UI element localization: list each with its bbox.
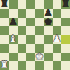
square-c5[interactable] bbox=[18, 26, 27, 35]
square-h5[interactable] bbox=[61, 26, 70, 35]
square-f6[interactable]: ♚ bbox=[44, 18, 53, 27]
square-h6[interactable] bbox=[61, 18, 70, 27]
square-g3[interactable] bbox=[53, 44, 62, 53]
square-d3[interactable] bbox=[26, 44, 35, 53]
square-d1[interactable] bbox=[26, 61, 35, 70]
square-b8[interactable] bbox=[9, 0, 18, 9]
square-a5[interactable] bbox=[0, 26, 9, 35]
square-c3[interactable] bbox=[18, 44, 27, 53]
square-f2[interactable] bbox=[44, 53, 53, 62]
square-f3[interactable] bbox=[44, 44, 53, 53]
square-a7[interactable] bbox=[0, 9, 9, 18]
square-g1[interactable] bbox=[53, 61, 62, 70]
piece-black-king[interactable]: ♚ bbox=[44, 17, 53, 26]
square-g7[interactable] bbox=[53, 9, 62, 18]
square-d8[interactable] bbox=[26, 0, 35, 9]
square-e8[interactable] bbox=[35, 0, 44, 9]
square-b2[interactable] bbox=[9, 53, 18, 62]
square-c8[interactable] bbox=[18, 0, 27, 9]
square-c4[interactable] bbox=[18, 35, 27, 44]
square-g6[interactable] bbox=[53, 18, 62, 27]
square-b4[interactable]: ♝ bbox=[9, 35, 18, 44]
square-d5[interactable] bbox=[26, 26, 35, 35]
square-d4[interactable] bbox=[26, 35, 35, 44]
square-e5[interactable] bbox=[35, 26, 44, 35]
square-e4[interactable] bbox=[35, 35, 44, 44]
square-h4[interactable] bbox=[61, 35, 70, 44]
piece-black-pawn[interactable]: ♟ bbox=[9, 17, 18, 26]
square-c6[interactable] bbox=[18, 18, 27, 27]
square-g8[interactable] bbox=[53, 0, 62, 9]
square-h7[interactable] bbox=[61, 9, 70, 18]
square-f1[interactable] bbox=[44, 61, 53, 70]
square-f5[interactable] bbox=[44, 26, 53, 35]
piece-white-pawn[interactable]: ♟ bbox=[53, 35, 62, 44]
square-a8[interactable]: ♜ bbox=[0, 0, 9, 9]
square-b3[interactable] bbox=[9, 44, 18, 53]
square-d6[interactable] bbox=[26, 18, 35, 27]
square-e7[interactable] bbox=[35, 9, 44, 18]
piece-black-rook[interactable]: ♜ bbox=[0, 0, 9, 8]
piece-white-king[interactable]: ♚ bbox=[35, 52, 44, 61]
square-e6[interactable] bbox=[35, 18, 44, 27]
square-e2[interactable]: ♚ bbox=[35, 53, 44, 62]
square-b1[interactable] bbox=[9, 61, 18, 70]
square-g4[interactable]: ♟ bbox=[53, 35, 62, 44]
chess-board[interactable]: ♜♜♟♟♚♝♟♚♜ bbox=[0, 0, 70, 70]
square-b6[interactable]: ♟ bbox=[9, 18, 18, 27]
square-c2[interactable] bbox=[18, 53, 27, 62]
square-e1[interactable] bbox=[35, 61, 44, 70]
square-a6[interactable] bbox=[0, 18, 9, 27]
square-a1[interactable]: ♜ bbox=[0, 61, 9, 70]
square-a3[interactable] bbox=[0, 44, 9, 53]
square-h2[interactable] bbox=[61, 53, 70, 62]
square-d2[interactable] bbox=[26, 53, 35, 62]
square-h8[interactable]: ♜ bbox=[61, 0, 70, 9]
square-h1[interactable] bbox=[61, 61, 70, 70]
piece-white-bishop[interactable]: ♝ bbox=[9, 35, 18, 44]
square-f4[interactable] bbox=[44, 35, 53, 44]
square-a4[interactable] bbox=[0, 35, 9, 44]
square-g2[interactable] bbox=[53, 53, 62, 62]
square-d7[interactable] bbox=[26, 9, 35, 18]
square-c7[interactable] bbox=[18, 9, 27, 18]
piece-black-rook[interactable]: ♜ bbox=[61, 0, 70, 8]
square-h3[interactable] bbox=[61, 44, 70, 53]
square-c1[interactable] bbox=[18, 61, 27, 70]
piece-white-rook[interactable]: ♜ bbox=[0, 61, 9, 70]
